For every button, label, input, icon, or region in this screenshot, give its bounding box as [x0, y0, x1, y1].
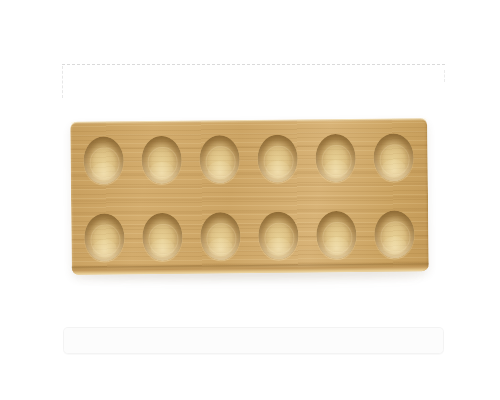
faint-dashed-tick-right [444, 70, 445, 82]
faint-reflection-rect [63, 327, 444, 354]
pit-r1-c6[interactable] [373, 133, 414, 181]
pit-grid [70, 118, 429, 275]
pit-r2-c4[interactable] [258, 211, 299, 259]
mancala-board [70, 118, 429, 275]
pit-r2-c1[interactable] [84, 213, 125, 261]
faint-dashed-line [62, 64, 445, 65]
pit-r1-c4[interactable] [257, 134, 298, 182]
faint-dashed-tick-left [62, 66, 63, 98]
product-photo-stage [0, 0, 500, 400]
pit-r2-c6[interactable] [374, 210, 415, 258]
pit-r2-c5[interactable] [316, 211, 357, 259]
pit-r2-c3[interactable] [200, 212, 241, 260]
pit-r1-c3[interactable] [199, 135, 240, 183]
pit-r1-c1[interactable] [83, 136, 124, 184]
pit-r2-c2[interactable] [142, 213, 183, 261]
pit-r1-c5[interactable] [315, 134, 356, 182]
pit-r1-c2[interactable] [141, 136, 182, 184]
